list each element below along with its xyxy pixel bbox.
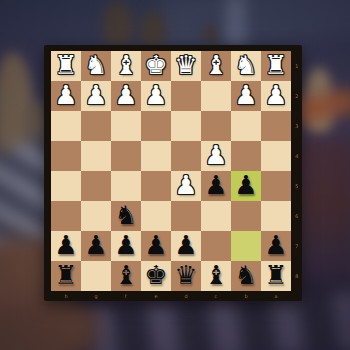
square-c7[interactable] bbox=[201, 231, 231, 261]
square-f7[interactable]: ♟ bbox=[111, 231, 141, 261]
square-h3[interactable] bbox=[51, 111, 81, 141]
square-a8[interactable]: ♜ bbox=[261, 261, 291, 291]
piece-wB-c1[interactable]: ♝ bbox=[204, 50, 227, 80]
bg-table-surface bbox=[159, 0, 350, 48]
square-d6[interactable] bbox=[171, 201, 201, 231]
square-c4[interactable]: ♟ bbox=[201, 141, 231, 171]
square-c3[interactable] bbox=[201, 111, 231, 141]
bg-blurred-pawn-icon bbox=[103, 2, 133, 46]
piece-bP-c5[interactable]: ♟ bbox=[204, 170, 227, 200]
square-a5[interactable] bbox=[261, 171, 291, 201]
square-c5[interactable]: ♟ bbox=[201, 171, 231, 201]
square-e1[interactable]: ♚ bbox=[141, 51, 171, 81]
app-screenshot: ♜♞♝♚♛♝♞♜♟♟♟♟♟♟♟♟♟♟♞♟♟♟♟♟♟♜♝♚♛♝♞♜ 1234567… bbox=[0, 0, 350, 350]
square-h5[interactable] bbox=[51, 171, 81, 201]
square-e3[interactable] bbox=[141, 111, 171, 141]
square-c6[interactable] bbox=[201, 201, 231, 231]
square-d7[interactable]: ♟ bbox=[171, 231, 201, 261]
piece-bB-c8[interactable]: ♝ bbox=[204, 260, 227, 290]
square-a2[interactable]: ♟ bbox=[261, 81, 291, 111]
square-g5[interactable] bbox=[81, 171, 111, 201]
square-d5[interactable]: ♟ bbox=[171, 171, 201, 201]
square-a3[interactable] bbox=[261, 111, 291, 141]
square-f3[interactable] bbox=[111, 111, 141, 141]
bg-blurred-pawn-icon bbox=[305, 68, 333, 134]
square-e8[interactable]: ♚ bbox=[141, 261, 171, 291]
square-g6[interactable] bbox=[81, 201, 111, 231]
square-b3[interactable] bbox=[231, 111, 261, 141]
piece-wP-f2[interactable]: ♟ bbox=[114, 80, 137, 110]
square-h4[interactable] bbox=[51, 141, 81, 171]
square-h2[interactable]: ♟ bbox=[51, 81, 81, 111]
square-g2[interactable]: ♟ bbox=[81, 81, 111, 111]
square-e5[interactable] bbox=[141, 171, 171, 201]
square-c8[interactable]: ♝ bbox=[201, 261, 231, 291]
bg-blurred-knight-icon bbox=[0, 52, 34, 167]
piece-bB-f8[interactable]: ♝ bbox=[114, 260, 137, 290]
piece-bQ-d8[interactable]: ♛ bbox=[174, 260, 197, 290]
bg-blurred-pieces bbox=[298, 138, 350, 308]
piece-wR-a1[interactable]: ♜ bbox=[264, 50, 287, 80]
square-f4[interactable] bbox=[111, 141, 141, 171]
chess-board[interactable]: ♜♞♝♚♛♝♞♜♟♟♟♟♟♟♟♟♟♟♞♟♟♟♟♟♟♜♝♚♛♝♞♜ bbox=[51, 51, 291, 291]
piece-bP-b5[interactable]: ♟ bbox=[234, 170, 257, 200]
piece-bR-h8[interactable]: ♜ bbox=[54, 260, 77, 290]
square-b6[interactable] bbox=[231, 201, 261, 231]
square-g8[interactable] bbox=[81, 261, 111, 291]
square-f2[interactable]: ♟ bbox=[111, 81, 141, 111]
piece-bP-h7[interactable]: ♟ bbox=[54, 230, 77, 260]
square-b8[interactable]: ♞ bbox=[231, 261, 261, 291]
square-f8[interactable]: ♝ bbox=[111, 261, 141, 291]
piece-wP-e2[interactable]: ♟ bbox=[144, 80, 167, 110]
square-e7[interactable]: ♟ bbox=[141, 231, 171, 261]
square-a1[interactable]: ♜ bbox=[261, 51, 291, 81]
square-d8[interactable]: ♛ bbox=[171, 261, 201, 291]
piece-wK-e1[interactable]: ♚ bbox=[144, 50, 167, 80]
piece-wQ-d1[interactable]: ♛ bbox=[174, 50, 197, 80]
piece-wN-b1[interactable]: ♞ bbox=[234, 50, 257, 80]
piece-bP-e7[interactable]: ♟ bbox=[144, 230, 167, 260]
square-c2[interactable] bbox=[201, 81, 231, 111]
square-e6[interactable] bbox=[141, 201, 171, 231]
piece-wP-b2[interactable]: ♟ bbox=[234, 80, 257, 110]
square-e2[interactable]: ♟ bbox=[141, 81, 171, 111]
piece-wB-f1[interactable]: ♝ bbox=[114, 50, 137, 80]
square-d4[interactable] bbox=[171, 141, 201, 171]
square-b1[interactable]: ♞ bbox=[231, 51, 261, 81]
bg-light-streak bbox=[228, 0, 244, 46]
square-b5[interactable]: ♟ bbox=[231, 171, 261, 201]
square-g7[interactable]: ♟ bbox=[81, 231, 111, 261]
square-f1[interactable]: ♝ bbox=[111, 51, 141, 81]
square-g4[interactable] bbox=[81, 141, 111, 171]
square-d3[interactable] bbox=[171, 111, 201, 141]
bg-blurred-pawn-icon bbox=[203, 24, 219, 46]
piece-bP-f7[interactable]: ♟ bbox=[114, 230, 137, 260]
square-b4[interactable] bbox=[231, 141, 261, 171]
piece-bK-e8[interactable]: ♚ bbox=[144, 260, 167, 290]
square-b7[interactable] bbox=[231, 231, 261, 261]
square-d1[interactable]: ♛ bbox=[171, 51, 201, 81]
piece-wP-a2[interactable]: ♟ bbox=[264, 80, 287, 110]
square-c1[interactable]: ♝ bbox=[201, 51, 231, 81]
bg-blurred-wood bbox=[0, 300, 98, 350]
piece-bP-d7[interactable]: ♟ bbox=[174, 230, 197, 260]
square-a4[interactable] bbox=[261, 141, 291, 171]
square-a7[interactable]: ♟ bbox=[261, 231, 291, 261]
piece-bP-a7[interactable]: ♟ bbox=[264, 230, 287, 260]
piece-wP-h2[interactable]: ♟ bbox=[54, 80, 77, 110]
piece-wP-c4[interactable]: ♟ bbox=[204, 140, 227, 170]
piece-wN-g1[interactable]: ♞ bbox=[84, 50, 107, 80]
piece-bN-b8[interactable]: ♞ bbox=[234, 260, 257, 290]
square-g1[interactable]: ♞ bbox=[81, 51, 111, 81]
square-b2[interactable]: ♟ bbox=[231, 81, 261, 111]
square-f6[interactable]: ♞ bbox=[111, 201, 141, 231]
piece-wP-d5[interactable]: ♟ bbox=[174, 170, 197, 200]
square-f5[interactable] bbox=[111, 171, 141, 201]
bg-blurred-pawn-icon bbox=[140, 12, 166, 48]
piece-bP-g7[interactable]: ♟ bbox=[84, 230, 107, 260]
square-h1[interactable]: ♜ bbox=[51, 51, 81, 81]
piece-bR-a8[interactable]: ♜ bbox=[264, 260, 287, 290]
square-h7[interactable]: ♟ bbox=[51, 231, 81, 261]
square-g3[interactable] bbox=[81, 111, 111, 141]
square-h8[interactable]: ♜ bbox=[51, 261, 81, 291]
piece-wP-g2[interactable]: ♟ bbox=[84, 80, 107, 110]
piece-wR-h1[interactable]: ♜ bbox=[54, 50, 77, 80]
square-a6[interactable] bbox=[261, 201, 291, 231]
square-e4[interactable] bbox=[141, 141, 171, 171]
square-h6[interactable] bbox=[51, 201, 81, 231]
piece-bN-f6[interactable]: ♞ bbox=[114, 200, 137, 230]
square-d2[interactable] bbox=[171, 81, 201, 111]
